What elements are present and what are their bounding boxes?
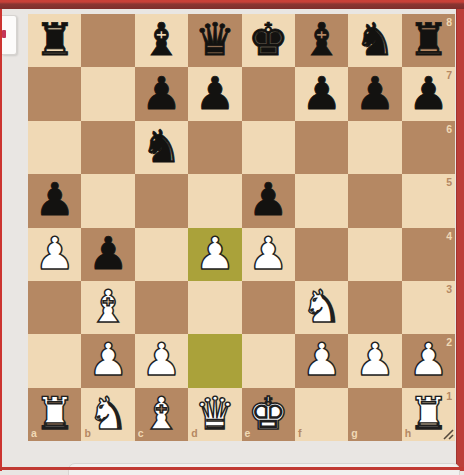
black-pawn[interactable]: ♟: [195, 67, 235, 120]
square-h8[interactable]: ♜8: [402, 14, 455, 67]
square-g7[interactable]: ♟: [348, 67, 401, 120]
square-e6[interactable]: [242, 121, 295, 174]
file-label-d: d: [191, 428, 197, 438]
file-label-g: g: [351, 428, 357, 438]
square-a8[interactable]: ♜: [28, 14, 81, 67]
square-f1[interactable]: f: [295, 388, 348, 441]
square-f7[interactable]: ♟: [295, 67, 348, 120]
square-h5[interactable]: 5: [402, 174, 455, 227]
square-h2[interactable]: ♟2: [402, 334, 455, 387]
square-a2[interactable]: [28, 334, 81, 387]
square-c7[interactable]: ♟: [135, 67, 188, 120]
square-c5[interactable]: [135, 174, 188, 227]
square-d5[interactable]: [188, 174, 241, 227]
square-h7[interactable]: ♟7: [402, 67, 455, 120]
rank-label-7: 7: [446, 70, 452, 80]
square-a4[interactable]: ♟: [28, 228, 81, 281]
square-h3[interactable]: 3: [402, 281, 455, 334]
black-pawn[interactable]: ♟: [301, 67, 341, 120]
black-pawn[interactable]: ♟: [355, 67, 395, 120]
square-h4[interactable]: 4: [402, 228, 455, 281]
square-e2[interactable]: [242, 334, 295, 387]
square-d7[interactable]: ♟: [188, 67, 241, 120]
square-c8[interactable]: ♝: [135, 14, 188, 67]
rank-label-8: 8: [446, 17, 452, 27]
rank-label-4: 4: [446, 231, 452, 241]
window-left-border: [0, 9, 2, 471]
white-pawn[interactable]: ♟: [248, 227, 288, 280]
square-e1[interactable]: ♚e: [242, 388, 295, 441]
board-resize-handle-icon[interactable]: [441, 427, 454, 440]
square-d8[interactable]: ♛: [188, 14, 241, 67]
square-f5[interactable]: [295, 174, 348, 227]
square-e4[interactable]: ♟: [242, 228, 295, 281]
square-a6[interactable]: [28, 121, 81, 174]
white-king[interactable]: ♚: [248, 387, 288, 440]
side-tab-fragment[interactable]: [2, 15, 17, 55]
square-d1[interactable]: ♛d: [188, 388, 241, 441]
file-label-a: a: [31, 428, 37, 438]
white-pawn[interactable]: ♟: [195, 227, 235, 280]
file-label-h: h: [405, 428, 411, 438]
file-label-f: f: [298, 428, 302, 438]
bookmark-icon: [2, 30, 6, 38]
black-pawn[interactable]: ♟: [248, 173, 288, 226]
square-a3[interactable]: [28, 281, 81, 334]
square-e3[interactable]: [242, 281, 295, 334]
window-right-border: [456, 9, 464, 471]
white-pawn[interactable]: ♟: [141, 333, 181, 386]
square-f3[interactable]: ♞: [295, 281, 348, 334]
square-c3[interactable]: [135, 281, 188, 334]
square-c2[interactable]: ♟: [135, 334, 188, 387]
square-d4[interactable]: ♟: [188, 228, 241, 281]
black-king[interactable]: ♚: [248, 13, 288, 66]
square-g5[interactable]: [348, 174, 401, 227]
square-g1[interactable]: g: [348, 388, 401, 441]
square-b6[interactable]: [81, 121, 134, 174]
square-g6[interactable]: [348, 121, 401, 174]
file-label-e: e: [245, 428, 251, 438]
black-knight[interactable]: ♞: [141, 120, 181, 173]
black-rook[interactable]: ♜: [408, 13, 448, 66]
file-label-c: c: [138, 428, 144, 438]
square-g2[interactable]: ♟: [348, 334, 401, 387]
square-b5[interactable]: [81, 174, 134, 227]
square-h6[interactable]: 6: [402, 121, 455, 174]
black-pawn[interactable]: ♟: [88, 227, 128, 280]
white-knight[interactable]: ♞: [301, 280, 341, 333]
square-d6[interactable]: [188, 121, 241, 174]
square-b8[interactable]: [81, 14, 134, 67]
white-bishop[interactable]: ♝: [141, 387, 181, 440]
square-f6[interactable]: [295, 121, 348, 174]
black-queen[interactable]: ♛: [195, 13, 235, 66]
square-g3[interactable]: [348, 281, 401, 334]
chess-board[interactable]: ♜♝♛♚♝♞♜8♟♟♟♟♟7♞6♟♟5♟♟♟♟4♝♞3♟♟♟♟♟2♜a♞b♝c♛…: [28, 14, 455, 441]
square-c6[interactable]: ♞: [135, 121, 188, 174]
square-f4[interactable]: [295, 228, 348, 281]
black-bishop[interactable]: ♝: [301, 13, 341, 66]
black-pawn[interactable]: ♟: [141, 67, 181, 120]
white-pawn[interactable]: ♟: [408, 333, 448, 386]
white-pawn[interactable]: ♟: [301, 333, 341, 386]
square-c1[interactable]: ♝c: [135, 388, 188, 441]
rank-label-2: 2: [446, 337, 452, 347]
square-b4[interactable]: ♟: [81, 228, 134, 281]
square-c4[interactable]: [135, 228, 188, 281]
white-pawn[interactable]: ♟: [35, 227, 75, 280]
square-f2[interactable]: ♟: [295, 334, 348, 387]
black-rook[interactable]: ♜: [35, 13, 75, 66]
square-d3[interactable]: [188, 281, 241, 334]
rank-label-5: 5: [446, 177, 452, 187]
rank-label-1: 1: [446, 391, 452, 401]
square-b1[interactable]: ♞b: [81, 388, 134, 441]
square-f8[interactable]: ♝: [295, 14, 348, 67]
square-b3[interactable]: ♝: [81, 281, 134, 334]
square-g4[interactable]: [348, 228, 401, 281]
white-queen[interactable]: ♛: [195, 387, 235, 440]
square-g8[interactable]: ♞: [348, 14, 401, 67]
rank-label-6: 6: [446, 124, 452, 134]
square-e8[interactable]: ♚: [242, 14, 295, 67]
black-pawn[interactable]: ♟: [35, 173, 75, 226]
white-pawn[interactable]: ♟: [88, 333, 128, 386]
black-pawn[interactable]: ♟: [408, 67, 448, 120]
window-title-bar: [0, 0, 464, 9]
square-d2[interactable]: [188, 334, 241, 387]
square-b2[interactable]: ♟: [81, 334, 134, 387]
square-a1[interactable]: ♜a: [28, 388, 81, 441]
rank-label-3: 3: [446, 284, 452, 294]
square-a7[interactable]: [28, 67, 81, 120]
white-knight[interactable]: ♞: [88, 387, 128, 440]
white-rook[interactable]: ♜: [35, 387, 75, 440]
file-label-b: b: [84, 428, 90, 438]
app-window: ♜♝♛♚♝♞♜8♟♟♟♟♟7♞6♟♟5♟♟♟♟4♝♞3♟♟♟♟♟2♜a♞b♝c♛…: [0, 0, 464, 475]
white-bishop[interactable]: ♝: [88, 280, 128, 333]
black-knight[interactable]: ♞: [355, 13, 395, 66]
black-bishop[interactable]: ♝: [141, 13, 181, 66]
square-a5[interactable]: ♟: [28, 174, 81, 227]
square-e5[interactable]: ♟: [242, 174, 295, 227]
white-pawn[interactable]: ♟: [355, 333, 395, 386]
window-bottom-border: [0, 467, 464, 470]
square-e7[interactable]: [242, 67, 295, 120]
square-b7[interactable]: [81, 67, 134, 120]
